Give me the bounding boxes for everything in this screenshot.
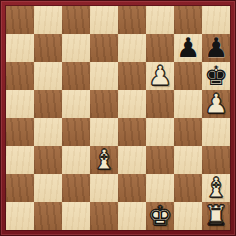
square-a1[interactable] — [6, 202, 34, 230]
white-rook-h1[interactable]: ♜ — [204, 202, 228, 229]
square-b2[interactable] — [34, 174, 62, 202]
square-g2[interactable] — [174, 174, 202, 202]
square-g1[interactable] — [174, 202, 202, 230]
square-c7[interactable] — [62, 34, 90, 62]
square-c8[interactable] — [62, 6, 90, 34]
square-d7[interactable] — [90, 34, 118, 62]
square-g8[interactable] — [174, 6, 202, 34]
square-f3[interactable] — [146, 146, 174, 174]
square-e2[interactable] — [118, 174, 146, 202]
square-f5[interactable] — [146, 90, 174, 118]
square-f8[interactable] — [146, 6, 174, 34]
square-b7[interactable] — [34, 34, 62, 62]
square-e8[interactable] — [118, 6, 146, 34]
square-g4[interactable] — [174, 118, 202, 146]
square-h3[interactable] — [202, 146, 230, 174]
square-b1[interactable] — [34, 202, 62, 230]
square-e5[interactable] — [118, 90, 146, 118]
square-f6[interactable]: ♟ — [146, 62, 174, 90]
square-d4[interactable] — [90, 118, 118, 146]
square-a5[interactable] — [6, 90, 34, 118]
square-h4[interactable] — [202, 118, 230, 146]
square-b4[interactable] — [34, 118, 62, 146]
square-d8[interactable] — [90, 6, 118, 34]
square-f4[interactable] — [146, 118, 174, 146]
square-h1[interactable]: ♜ — [202, 202, 230, 230]
square-d5[interactable] — [90, 90, 118, 118]
square-d6[interactable] — [90, 62, 118, 90]
square-a6[interactable] — [6, 62, 34, 90]
square-c6[interactable] — [62, 62, 90, 90]
square-e1[interactable] — [118, 202, 146, 230]
square-h8[interactable] — [202, 6, 230, 34]
square-c2[interactable] — [62, 174, 90, 202]
square-e3[interactable] — [118, 146, 146, 174]
board-frame: ♟♟♟♚♟♝♝♚♜ — [0, 0, 236, 236]
square-g7[interactable]: ♟ — [174, 34, 202, 62]
white-king-f1[interactable]: ♚ — [148, 202, 172, 229]
square-g3[interactable] — [174, 146, 202, 174]
square-e6[interactable] — [118, 62, 146, 90]
square-a4[interactable] — [6, 118, 34, 146]
square-h2[interactable]: ♝ — [202, 174, 230, 202]
white-pawn-f6[interactable]: ♟ — [148, 62, 172, 89]
square-f1[interactable]: ♚ — [146, 202, 174, 230]
black-pawn-h7[interactable]: ♟ — [204, 34, 228, 61]
square-a2[interactable] — [6, 174, 34, 202]
square-b6[interactable] — [34, 62, 62, 90]
square-e7[interactable] — [118, 34, 146, 62]
square-d2[interactable] — [90, 174, 118, 202]
chessboard: ♟♟♟♚♟♝♝♚♜ — [6, 6, 230, 230]
square-a7[interactable] — [6, 34, 34, 62]
square-d3[interactable]: ♝ — [90, 146, 118, 174]
square-g6[interactable] — [174, 62, 202, 90]
square-g5[interactable] — [174, 90, 202, 118]
square-c3[interactable] — [62, 146, 90, 174]
white-bishop-d3[interactable]: ♝ — [92, 146, 116, 173]
black-pawn-g7[interactable]: ♟ — [176, 34, 200, 61]
square-d1[interactable] — [90, 202, 118, 230]
square-f7[interactable] — [146, 34, 174, 62]
white-bishop-h2[interactable]: ♝ — [204, 174, 228, 201]
square-h7[interactable]: ♟ — [202, 34, 230, 62]
square-a8[interactable] — [6, 6, 34, 34]
square-a3[interactable] — [6, 146, 34, 174]
square-c5[interactable] — [62, 90, 90, 118]
white-pawn-h5[interactable]: ♟ — [204, 90, 228, 117]
square-b8[interactable] — [34, 6, 62, 34]
square-e4[interactable] — [118, 118, 146, 146]
square-c1[interactable] — [62, 202, 90, 230]
square-c4[interactable] — [62, 118, 90, 146]
square-h5[interactable]: ♟ — [202, 90, 230, 118]
black-king-h6[interactable]: ♚ — [204, 62, 228, 89]
square-b3[interactable] — [34, 146, 62, 174]
square-b5[interactable] — [34, 90, 62, 118]
square-h6[interactable]: ♚ — [202, 62, 230, 90]
square-f2[interactable] — [146, 174, 174, 202]
